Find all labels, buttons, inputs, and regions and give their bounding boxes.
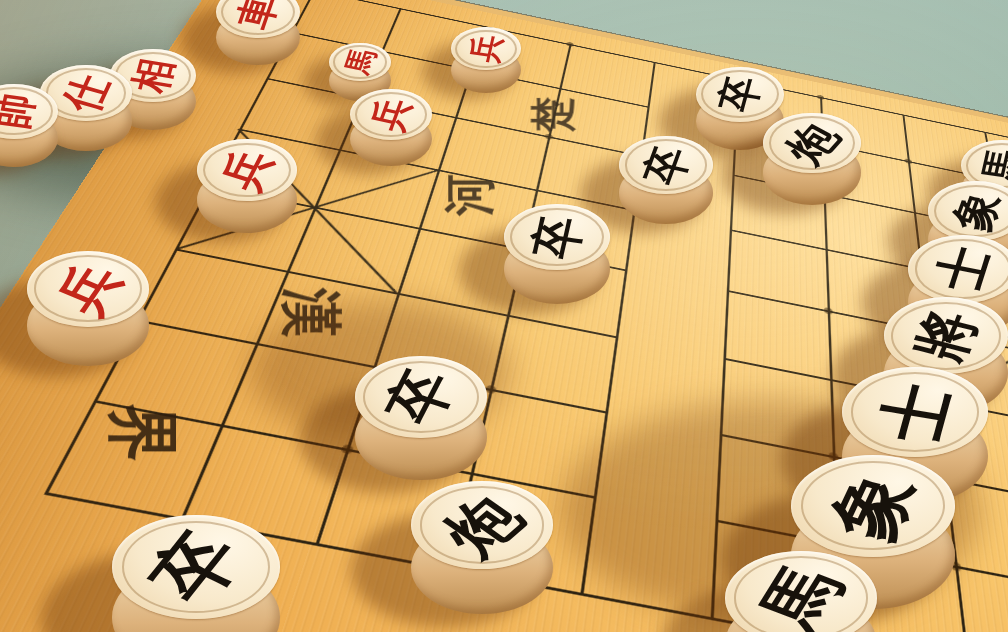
river-character: 界 [94, 404, 190, 462]
piece-character: 士 [930, 243, 997, 295]
piece-character: 將 [907, 305, 985, 366]
piece-character: 仕 [57, 70, 116, 116]
piece-face: 兵 [27, 251, 149, 327]
river-character: 楚 [524, 97, 583, 132]
piece-face: 炮 [763, 113, 861, 174]
piece-character: 卒 [526, 213, 587, 261]
piece-character: 炮 [778, 116, 846, 169]
piece-red-soldier[interactable]: 兵 [27, 251, 149, 366]
piece-face: 將 [884, 297, 1008, 374]
piece-black-soldier[interactable]: 卒 [355, 356, 487, 480]
piece-black-cannon[interactable]: 炮 [411, 481, 553, 614]
point-marker [824, 307, 833, 315]
point-marker [566, 42, 574, 47]
piece-character: 兵 [47, 256, 129, 320]
piece-face: 馬 [329, 43, 391, 81]
piece-face: 象 [791, 455, 955, 557]
piece-character: 馬 [341, 47, 379, 77]
piece-black-soldier[interactable]: 卒 [504, 204, 610, 304]
piece-black-cannon[interactable]: 炮 [763, 113, 861, 205]
piece-black-soldier[interactable]: 卒 [619, 136, 713, 224]
piece-face: 卒 [112, 515, 280, 619]
piece-character: 車 [232, 0, 283, 32]
point-marker [544, 133, 553, 139]
piece-character: 兵 [366, 95, 417, 135]
piece-character: 卒 [637, 142, 695, 187]
point-marker [817, 94, 824, 100]
piece-face: 卒 [355, 356, 487, 438]
piece-face: 炮 [411, 481, 553, 569]
piece-black-horse[interactable]: 馬 [725, 551, 877, 632]
piece-character: 卒 [138, 522, 254, 612]
piece-face: 士 [842, 367, 988, 457]
piece-face: 兵 [451, 27, 521, 71]
piece-character: 兵 [466, 33, 507, 65]
piece-black-soldier[interactable]: 卒 [112, 515, 280, 632]
piece-face: 馬 [725, 551, 877, 632]
piece-character: 卒 [378, 364, 464, 431]
xiangqi-photo-scene: 楚河漢界 車相仕帥馬兵兵兵兵卒卒炮卒卒炮卒馬象士將士象馬 [0, 0, 1008, 632]
piece-red-general[interactable]: 帥 [0, 84, 58, 167]
piece-face: 卒 [504, 204, 610, 270]
river-character: 河 [435, 174, 505, 216]
piece-face: 兵 [197, 139, 297, 201]
piece-character: 馬 [978, 147, 1008, 184]
piece-character: 象 [946, 188, 1005, 234]
piece-red-soldier[interactable]: 兵 [350, 89, 432, 166]
piece-face: 卒 [619, 136, 713, 194]
piece-character: 象 [820, 465, 925, 547]
piece-face: 兵 [350, 89, 432, 140]
piece-red-chariot[interactable]: 車 [216, 0, 300, 65]
piece-character: 帥 [0, 91, 39, 131]
piece-character: 炮 [432, 486, 532, 564]
piece-face: 士 [908, 235, 1008, 303]
piece-character: 卒 [714, 74, 766, 115]
piece-character: 兵 [214, 145, 279, 196]
point-marker [905, 158, 913, 164]
piece-character: 士 [872, 378, 959, 446]
piece-red-soldier[interactable]: 兵 [197, 139, 297, 233]
piece-red-soldier[interactable]: 兵 [451, 27, 521, 93]
piece-character: 馬 [750, 558, 852, 632]
piece-character: 相 [127, 55, 178, 95]
